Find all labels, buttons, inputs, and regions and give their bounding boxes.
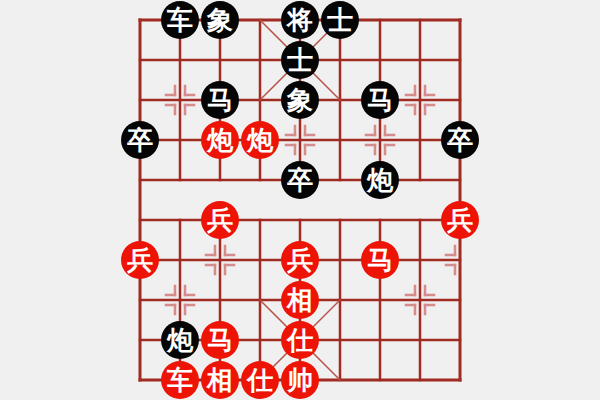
intersection-c7-r8[interactable]: [400, 320, 440, 360]
intersection-c3-r2[interactable]: [240, 80, 280, 120]
intersection-c1-r9[interactable]: 车: [160, 360, 200, 400]
piece-black-horse[interactable]: 马: [201, 81, 239, 119]
piece-black-advisor[interactable]: 士: [281, 41, 319, 79]
intersection-c0-r8[interactable]: [120, 320, 160, 360]
intersection-c3-r9[interactable]: 仕: [240, 360, 280, 400]
intersection-c5-r8[interactable]: [320, 320, 360, 360]
intersection-c0-r1[interactable]: [120, 40, 160, 80]
piece-black-cannon[interactable]: 炮: [361, 161, 399, 199]
intersection-c8-r5[interactable]: 兵: [440, 200, 480, 240]
intersection-c2-r7[interactable]: [200, 280, 240, 320]
piece-red-pawn[interactable]: 兵: [281, 241, 319, 279]
intersection-c6-r7[interactable]: [360, 280, 400, 320]
intersection-c3-r8[interactable]: [240, 320, 280, 360]
intersection-c5-r3[interactable]: [320, 120, 360, 160]
intersection-c1-r6[interactable]: [160, 240, 200, 280]
intersection-c1-r0[interactable]: 车: [160, 0, 200, 40]
intersection-c7-r2[interactable]: [400, 80, 440, 120]
intersection-c7-r5[interactable]: [400, 200, 440, 240]
intersection-c1-r4[interactable]: [160, 160, 200, 200]
piece-red-horse[interactable]: 马: [201, 321, 239, 359]
intersection-c2-r4[interactable]: [200, 160, 240, 200]
piece-red-cannon[interactable]: 炮: [241, 121, 279, 159]
intersection-c0-r3[interactable]: 卒: [120, 120, 160, 160]
intersection-c8-r1[interactable]: [440, 40, 480, 80]
intersection-c6-r3[interactable]: [360, 120, 400, 160]
intersection-c8-r3[interactable]: 卒: [440, 120, 480, 160]
intersection-c1-r1[interactable]: [160, 40, 200, 80]
piece-red-pawn[interactable]: 兵: [201, 201, 239, 239]
intersection-c8-r0[interactable]: [440, 0, 480, 40]
intersection-c8-r2[interactable]: [440, 80, 480, 120]
intersection-c4-r2[interactable]: 象: [280, 80, 320, 120]
piece-black-horse[interactable]: 马: [361, 81, 399, 119]
piece-red-cannon[interactable]: 炮: [201, 121, 239, 159]
piece-red-advisor[interactable]: 仕: [281, 321, 319, 359]
intersection-c3-r0[interactable]: [240, 0, 280, 40]
piece-red-advisor[interactable]: 仕: [241, 361, 279, 399]
intersection-c7-r9[interactable]: [400, 360, 440, 400]
intersection-c4-r9[interactable]: 帅: [280, 360, 320, 400]
piece-red-pawn[interactable]: 兵: [441, 201, 479, 239]
piece-red-chariot[interactable]: 车: [161, 361, 199, 399]
intersection-c2-r3[interactable]: 炮: [200, 120, 240, 160]
intersection-c3-r5[interactable]: [240, 200, 280, 240]
intersection-c6-r9[interactable]: [360, 360, 400, 400]
intersection-c0-r5[interactable]: [120, 200, 160, 240]
intersection-c5-r6[interactable]: [320, 240, 360, 280]
intersection-c1-r8[interactable]: 炮: [160, 320, 200, 360]
intersection-c3-r3[interactable]: 炮: [240, 120, 280, 160]
intersection-c5-r1[interactable]: [320, 40, 360, 80]
intersection-c3-r7[interactable]: [240, 280, 280, 320]
intersection-c2-r9[interactable]: 相: [200, 360, 240, 400]
piece-black-pawn[interactable]: 卒: [121, 121, 159, 159]
intersection-c2-r8[interactable]: 马: [200, 320, 240, 360]
intersection-c6-r4[interactable]: 炮: [360, 160, 400, 200]
piece-red-elephant[interactable]: 相: [201, 361, 239, 399]
intersection-c0-r2[interactable]: [120, 80, 160, 120]
intersection-c3-r6[interactable]: [240, 240, 280, 280]
intersection-c4-r5[interactable]: [280, 200, 320, 240]
intersection-c2-r6[interactable]: [200, 240, 240, 280]
intersection-c4-r1[interactable]: 士: [280, 40, 320, 80]
intersection-c6-r1[interactable]: [360, 40, 400, 80]
intersection-c6-r6[interactable]: 马: [360, 240, 400, 280]
intersection-c2-r2[interactable]: 马: [200, 80, 240, 120]
intersection-c5-r9[interactable]: [320, 360, 360, 400]
intersection-c0-r4[interactable]: [120, 160, 160, 200]
intersection-c3-r1[interactable]: [240, 40, 280, 80]
piece-black-cannon[interactable]: 炮: [161, 321, 199, 359]
intersection-c8-r8[interactable]: [440, 320, 480, 360]
xiangqi-board: 车象将士士马象马卒炮炮卒卒炮兵兵兵兵马相炮马仕车相仕帅: [0, 0, 600, 400]
intersection-c5-r0[interactable]: 士: [320, 0, 360, 40]
piece-black-elephant[interactable]: 象: [281, 81, 319, 119]
intersection-c7-r3[interactable]: [400, 120, 440, 160]
intersection-c7-r0[interactable]: [400, 0, 440, 40]
intersection-c8-r9[interactable]: [440, 360, 480, 400]
piece-red-horse[interactable]: 马: [361, 241, 399, 279]
intersection-c5-r4[interactable]: [320, 160, 360, 200]
piece-black-pawn[interactable]: 卒: [281, 161, 319, 199]
intersection-c4-r8[interactable]: 仕: [280, 320, 320, 360]
intersection-c4-r7[interactable]: 相: [280, 280, 320, 320]
piece-red-pawn[interactable]: 兵: [121, 241, 159, 279]
intersection-c6-r2[interactable]: 马: [360, 80, 400, 120]
intersection-c4-r6[interactable]: 兵: [280, 240, 320, 280]
piece-black-advisor[interactable]: 士: [321, 1, 359, 39]
intersection-c1-r5[interactable]: [160, 200, 200, 240]
intersection-c7-r7[interactable]: [400, 280, 440, 320]
intersection-c5-r2[interactable]: [320, 80, 360, 120]
piece-black-pawn[interactable]: 卒: [441, 121, 479, 159]
piece-red-general[interactable]: 帅: [281, 361, 319, 399]
intersection-c4-r3[interactable]: [280, 120, 320, 160]
intersection-c8-r7[interactable]: [440, 280, 480, 320]
intersection-c1-r3[interactable]: [160, 120, 200, 160]
intersection-c5-r5[interactable]: [320, 200, 360, 240]
piece-red-elephant[interactable]: 相: [281, 281, 319, 319]
intersection-c0-r7[interactable]: [120, 280, 160, 320]
intersection-c1-r2[interactable]: [160, 80, 200, 120]
intersection-c6-r0[interactable]: [360, 0, 400, 40]
intersection-c7-r6[interactable]: [400, 240, 440, 280]
intersection-c6-r8[interactable]: [360, 320, 400, 360]
board-cells: 车象将士士马象马卒炮炮卒卒炮兵兵兵兵马相炮马仕车相仕帅: [120, 0, 480, 400]
intersection-c2-r5[interactable]: 兵: [200, 200, 240, 240]
piece-black-general[interactable]: 将: [281, 1, 319, 39]
intersection-c0-r6[interactable]: 兵: [120, 240, 160, 280]
intersection-c8-r4[interactable]: [440, 160, 480, 200]
intersection-c5-r7[interactable]: [320, 280, 360, 320]
intersection-c7-r4[interactable]: [400, 160, 440, 200]
intersection-c4-r0[interactable]: 将: [280, 0, 320, 40]
intersection-c0-r0[interactable]: [120, 0, 160, 40]
intersection-c2-r0[interactable]: 象: [200, 0, 240, 40]
intersection-c2-r1[interactable]: [200, 40, 240, 80]
intersection-c6-r5[interactable]: [360, 200, 400, 240]
intersection-c0-r9[interactable]: [120, 360, 160, 400]
piece-black-elephant[interactable]: 象: [201, 1, 239, 39]
intersection-c4-r4[interactable]: 卒: [280, 160, 320, 200]
intersection-c8-r6[interactable]: [440, 240, 480, 280]
piece-black-chariot[interactable]: 车: [161, 1, 199, 39]
intersection-c7-r1[interactable]: [400, 40, 440, 80]
intersection-c3-r4[interactable]: [240, 160, 280, 200]
intersection-c1-r7[interactable]: [160, 280, 200, 320]
